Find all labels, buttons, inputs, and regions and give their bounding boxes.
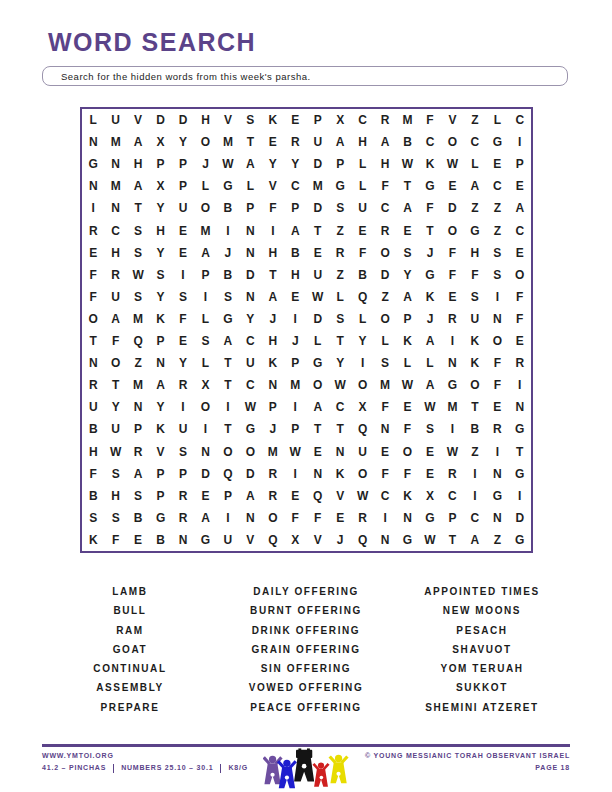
footer-left: WWW.YMTOI.ORG 41.2 – PINCHASNUMBERS 25.1… bbox=[42, 752, 248, 778]
grid-cell-r19c10: F bbox=[284, 507, 306, 529]
word-list-item: SHEMINI ATZERET bbox=[394, 698, 570, 717]
grid-cell-r1c16: F bbox=[419, 109, 441, 131]
grid-cell-r2c16: C bbox=[419, 131, 441, 153]
grid-cell-r10c9: J bbox=[262, 308, 284, 330]
grid-cell-r12c19: F bbox=[486, 352, 508, 374]
grid-cell-r13c1: R bbox=[82, 374, 104, 396]
grid-cell-r20c1: K bbox=[82, 529, 104, 551]
footer-reference-line: 41.2 – PINCHASNUMBERS 25.10 – 30.1K8/G bbox=[42, 764, 248, 773]
footer-separator bbox=[113, 764, 114, 773]
grid-cell-r4c1: N bbox=[82, 175, 104, 197]
worksheet-page: WORD SEARCH Search for the hidden words … bbox=[0, 0, 612, 792]
grid-cell-r17c16: E bbox=[419, 463, 441, 485]
grid-cell-r9c7: S bbox=[217, 286, 239, 308]
grid-cell-r17c3: A bbox=[127, 463, 149, 485]
grid-cell-r14c16: W bbox=[419, 396, 441, 418]
grid-cell-r5c18: Z bbox=[464, 197, 486, 219]
footer-page-number: PAGE 18 bbox=[365, 764, 570, 771]
grid-cell-r16c1: H bbox=[82, 441, 104, 463]
grid-cell-r11c14: L bbox=[374, 330, 396, 352]
grid-cell-r3c14: H bbox=[374, 153, 396, 175]
grid-cell-r10c6: L bbox=[194, 308, 216, 330]
word-list-item: GRAIN OFFERING bbox=[218, 640, 394, 659]
grid-cell-r4c19: C bbox=[486, 175, 508, 197]
grid-cell-r6c2: C bbox=[104, 220, 126, 242]
grid-cell-r11c11: L bbox=[307, 330, 329, 352]
grid-cell-r9c18: S bbox=[464, 286, 486, 308]
grid-cell-r20c13: Q bbox=[351, 529, 373, 551]
grid-cell-r3c4: P bbox=[149, 153, 171, 175]
grid-cell-r11c15: K bbox=[396, 330, 418, 352]
grid-cell-r15c1: B bbox=[82, 418, 104, 440]
grid-cell-r19c6: A bbox=[194, 507, 216, 529]
grid-cell-r13c7: T bbox=[217, 374, 239, 396]
grid-cell-r2c11: U bbox=[307, 131, 329, 153]
grid-cell-r7c2: H bbox=[104, 242, 126, 264]
grid-cell-r9c10: E bbox=[284, 286, 306, 308]
grid-cell-r7c4: Y bbox=[149, 242, 171, 264]
grid-cell-r16c6: N bbox=[194, 441, 216, 463]
grid-cell-r8c3: W bbox=[127, 264, 149, 286]
grid-cell-r18c5: R bbox=[172, 485, 194, 507]
grid-cell-r14c18: T bbox=[464, 396, 486, 418]
grid-cell-r9c16: K bbox=[419, 286, 441, 308]
grid-cell-r6c18: G bbox=[464, 220, 486, 242]
grid-cell-r8c10: H bbox=[284, 264, 306, 286]
grid-cell-r6c12: Z bbox=[329, 220, 351, 242]
grid-cell-r5c13: U bbox=[351, 197, 373, 219]
grid-cell-r14c5: I bbox=[172, 396, 194, 418]
grid-cell-r8c17: F bbox=[441, 264, 463, 286]
grid-cell-r12c13: I bbox=[351, 352, 373, 374]
grid-cell-r7c18: H bbox=[464, 242, 486, 264]
grid-cell-r9c19: I bbox=[486, 286, 508, 308]
grid-cell-r5c4: Y bbox=[149, 197, 171, 219]
grid-cell-r1c19: L bbox=[486, 109, 508, 131]
instruction-text: Search for the hidden words from this we… bbox=[61, 71, 311, 82]
grid-cell-r12c20: R bbox=[509, 352, 531, 374]
grid-cell-r14c20: N bbox=[509, 396, 531, 418]
grid-cell-r11c9: H bbox=[262, 330, 284, 352]
grid-cell-r16c10: W bbox=[284, 441, 306, 463]
grid-cell-r13c14: M bbox=[374, 374, 396, 396]
grid-cell-r11c17: I bbox=[441, 330, 463, 352]
grid-cell-r4c7: G bbox=[217, 175, 239, 197]
grid-cell-r2c14: A bbox=[374, 131, 396, 153]
grid-cell-r1c2: U bbox=[104, 109, 126, 131]
grid-cell-r20c12: J bbox=[329, 529, 351, 551]
grid-cell-r6c13: E bbox=[351, 220, 373, 242]
grid-cell-r1c1: L bbox=[82, 109, 104, 131]
word-list-item: PESACH bbox=[394, 621, 570, 640]
grid-cell-r12c4: N bbox=[149, 352, 171, 374]
grid-cell-r7c8: N bbox=[239, 242, 261, 264]
grid-cell-r10c15: P bbox=[396, 308, 418, 330]
grid-cell-r19c4: G bbox=[149, 507, 171, 529]
grid-cell-r12c14: S bbox=[374, 352, 396, 374]
grid-cell-r11c3: Q bbox=[127, 330, 149, 352]
grid-cell-r13c2: T bbox=[104, 374, 126, 396]
grid-cell-r3c15: W bbox=[396, 153, 418, 175]
grid-cell-r13c4: A bbox=[149, 374, 171, 396]
grid-cell-r8c19: S bbox=[486, 264, 508, 286]
grid-cell-r8c20: O bbox=[509, 264, 531, 286]
grid-cell-r14c4: Y bbox=[149, 396, 171, 418]
footer-separator bbox=[220, 764, 221, 773]
grid-cell-r9c8: N bbox=[239, 286, 261, 308]
grid-cell-r8c2: R bbox=[104, 264, 126, 286]
grid-cell-r4c9: V bbox=[262, 175, 284, 197]
grid-cell-r17c7: Q bbox=[217, 463, 239, 485]
footer-divider-rule bbox=[42, 744, 570, 747]
grid-cell-r19c3: B bbox=[127, 507, 149, 529]
grid-cell-r9c3: S bbox=[127, 286, 149, 308]
grid-cell-r20c10: X bbox=[284, 529, 306, 551]
grid-cell-r4c8: L bbox=[239, 175, 261, 197]
grid-cell-r15c16: S bbox=[419, 418, 441, 440]
grid-cell-r6c10: A bbox=[284, 220, 306, 242]
grid-cell-r8c14: D bbox=[374, 264, 396, 286]
grid-cell-r19c9: O bbox=[262, 507, 284, 529]
grid-cell-r18c20: I bbox=[509, 485, 531, 507]
word-list-column-2: DAILY OFFERINGBURNT OFFERINGDRINK OFFERI… bbox=[218, 582, 394, 717]
logo-figure-blue bbox=[277, 760, 297, 789]
word-list-column-3: APPOINTED TIMESNEW MOONSPESACHSHAVUOTYOM… bbox=[394, 582, 570, 717]
footer-scripture-reference: NUMBERS 25.10 – 30.1 bbox=[121, 764, 213, 771]
grid-cell-r18c17: C bbox=[441, 485, 463, 507]
grid-cell-r1c7: V bbox=[217, 109, 239, 131]
grid-cell-r8c6: P bbox=[194, 264, 216, 286]
grid-cell-r11c1: T bbox=[82, 330, 104, 352]
grid-cell-r19c12: E bbox=[329, 507, 351, 529]
grid-cell-r17c11: N bbox=[307, 463, 329, 485]
grid-cell-r15c6: I bbox=[194, 418, 216, 440]
grid-cell-r7c17: F bbox=[441, 242, 463, 264]
word-lists: LAMBBULLRAMGOATCONTINUALASSEMBLYPREPARE … bbox=[42, 582, 570, 717]
grid-cell-r14c17: M bbox=[441, 396, 463, 418]
grid-cell-r8c12: Z bbox=[329, 264, 351, 286]
grid-cell-r14c3: N bbox=[127, 396, 149, 418]
grid-cell-r12c7: T bbox=[217, 352, 239, 374]
word-list-item: ASSEMBLY bbox=[42, 678, 218, 697]
grid-cell-r11c19: O bbox=[486, 330, 508, 352]
grid-cell-r19c8: N bbox=[239, 507, 261, 529]
grid-cell-r2c10: R bbox=[284, 131, 306, 153]
grid-cell-r6c5: E bbox=[172, 220, 194, 242]
grid-cell-r3c3: H bbox=[127, 153, 149, 175]
grid-cell-r15c14: N bbox=[374, 418, 396, 440]
grid-cell-r12c6: L bbox=[194, 352, 216, 374]
grid-cell-r10c12: S bbox=[329, 308, 351, 330]
grid-cell-r6c15: E bbox=[396, 220, 418, 242]
grid-cell-r11c20: E bbox=[509, 330, 531, 352]
grid-cell-r7c7: J bbox=[217, 242, 239, 264]
grid-cell-r5c7: B bbox=[217, 197, 239, 219]
grid-cell-r9c13: Q bbox=[351, 286, 373, 308]
grid-cell-r19c15: N bbox=[396, 507, 418, 529]
grid-cell-r10c16: J bbox=[419, 308, 441, 330]
grid-cell-r15c2: U bbox=[104, 418, 126, 440]
grid-cell-r8c13: B bbox=[351, 264, 373, 286]
grid-cell-r13c8: C bbox=[239, 374, 261, 396]
grid-cell-r19c2: S bbox=[104, 507, 126, 529]
grid-cell-r6c8: N bbox=[239, 220, 261, 242]
grid-cell-r1c8: S bbox=[239, 109, 261, 131]
grid-cell-r4c6: L bbox=[194, 175, 216, 197]
grid-cell-r4c18: A bbox=[464, 175, 486, 197]
grid-cell-r11c8: C bbox=[239, 330, 261, 352]
grid-cell-r18c15: K bbox=[396, 485, 418, 507]
grid-cell-r16c2: W bbox=[104, 441, 126, 463]
grid-cell-r15c9: J bbox=[262, 418, 284, 440]
grid-cell-r10c7: G bbox=[217, 308, 239, 330]
word-list-column-1: LAMBBULLRAMGOATCONTINUALASSEMBLYPREPARE bbox=[42, 582, 218, 717]
grid-cell-r18c13: W bbox=[351, 485, 373, 507]
grid-cell-r1c5: D bbox=[172, 109, 194, 131]
grid-cell-r13c13: O bbox=[351, 374, 373, 396]
grid-cell-r12c2: O bbox=[104, 352, 126, 374]
grid-cell-r3c8: A bbox=[239, 153, 261, 175]
grid-cell-r11c4: P bbox=[149, 330, 171, 352]
grid-cell-r2c2: M bbox=[104, 131, 126, 153]
grid-cell-r16c7: O bbox=[217, 441, 239, 463]
grid-cell-r18c6: E bbox=[194, 485, 216, 507]
grid-cell-r4c12: G bbox=[329, 175, 351, 197]
grid-cell-r20c15: G bbox=[396, 529, 418, 551]
grid-cell-r18c8: A bbox=[239, 485, 261, 507]
grid-cell-r16c11: E bbox=[307, 441, 329, 463]
grid-cell-r12c8: U bbox=[239, 352, 261, 374]
grid-cell-r4c16: G bbox=[419, 175, 441, 197]
logo-figure-purple bbox=[263, 756, 283, 785]
grid-cell-r12c16: L bbox=[419, 352, 441, 374]
grid-cell-r12c15: L bbox=[396, 352, 418, 374]
word-list-item: DRINK OFFERING bbox=[218, 621, 394, 640]
grid-cell-r18c1: B bbox=[82, 485, 104, 507]
grid-cell-r5c10: P bbox=[284, 197, 306, 219]
grid-cell-r13c17: G bbox=[441, 374, 463, 396]
instruction-box: Search for the hidden words from this we… bbox=[42, 66, 568, 86]
grid-cell-r15c15: F bbox=[396, 418, 418, 440]
grid-cell-r17c20: G bbox=[509, 463, 531, 485]
grid-cell-r14c2: Y bbox=[104, 396, 126, 418]
grid-cell-r12c18: K bbox=[464, 352, 486, 374]
grid-cell-r7c20: E bbox=[509, 242, 531, 264]
grid-cell-r13c5: R bbox=[172, 374, 194, 396]
grid-cell-r10c11: D bbox=[307, 308, 329, 330]
grid-cell-r9c4: Y bbox=[149, 286, 171, 308]
grid-cell-r16c12: N bbox=[329, 441, 351, 463]
grid-cell-r2c3: A bbox=[127, 131, 149, 153]
grid-cell-r5c2: N bbox=[104, 197, 126, 219]
grid-cell-r5c14: C bbox=[374, 197, 396, 219]
grid-cell-r14c9: P bbox=[262, 396, 284, 418]
grid-cell-r10c5: F bbox=[172, 308, 194, 330]
grid-cell-r18c16: X bbox=[419, 485, 441, 507]
grid-cell-r15c10: P bbox=[284, 418, 306, 440]
grid-cell-r12c10: P bbox=[284, 352, 306, 374]
grid-cell-r20c5: N bbox=[172, 529, 194, 551]
grid-cell-r12c9: K bbox=[262, 352, 284, 374]
grid-cell-r19c1: S bbox=[82, 507, 104, 529]
grid-cell-r17c17: R bbox=[441, 463, 463, 485]
grid-cell-r15c8: G bbox=[239, 418, 261, 440]
grid-cell-r16c3: R bbox=[127, 441, 149, 463]
grid-cell-r10c4: K bbox=[149, 308, 171, 330]
grid-cell-r1c13: C bbox=[351, 109, 373, 131]
grid-cell-r7c15: S bbox=[396, 242, 418, 264]
grid-cell-r16c8: O bbox=[239, 441, 261, 463]
grid-cell-r4c4: X bbox=[149, 175, 171, 197]
grid-cell-r7c14: O bbox=[374, 242, 396, 264]
grid-cell-r2c7: M bbox=[217, 131, 239, 153]
grid-cell-r5c15: A bbox=[396, 197, 418, 219]
grid-cell-r7c19: S bbox=[486, 242, 508, 264]
grid-cell-r4c13: L bbox=[351, 175, 373, 197]
grid-cell-r3c6: J bbox=[194, 153, 216, 175]
grid-cell-r8c8: D bbox=[239, 264, 261, 286]
grid-cell-r3c13: L bbox=[351, 153, 373, 175]
grid-cell-r20c9: Q bbox=[262, 529, 284, 551]
grid-cell-r15c20: G bbox=[509, 418, 531, 440]
grid-cell-r9c11: W bbox=[307, 286, 329, 308]
grid-cell-r10c3: M bbox=[127, 308, 149, 330]
grid-cell-r13c10: M bbox=[284, 374, 306, 396]
grid-cell-r14c7: I bbox=[217, 396, 239, 418]
grid-cell-r15c17: I bbox=[441, 418, 463, 440]
word-list-item: GOAT bbox=[42, 640, 218, 659]
grid-cell-r3c7: W bbox=[217, 153, 239, 175]
grid-cell-r11c2: F bbox=[104, 330, 126, 352]
grid-cell-r12c12: Y bbox=[329, 352, 351, 374]
grid-cell-r19c17: P bbox=[441, 507, 463, 529]
grid-cell-r4c5: P bbox=[172, 175, 194, 197]
grid-cell-r2c17: O bbox=[441, 131, 463, 153]
grid-cell-r18c19: G bbox=[486, 485, 508, 507]
grid-cell-r20c17: T bbox=[441, 529, 463, 551]
grid-cell-r17c5: P bbox=[172, 463, 194, 485]
grid-cell-r17c15: F bbox=[396, 463, 418, 485]
grid-cell-r19c18: C bbox=[464, 507, 486, 529]
grid-cell-r5c1: I bbox=[82, 197, 104, 219]
grid-cell-r6c20: C bbox=[509, 220, 531, 242]
grid-cell-r8c15: Y bbox=[396, 264, 418, 286]
grid-cell-r5c16: F bbox=[419, 197, 441, 219]
grid-cell-r9c12: L bbox=[329, 286, 351, 308]
grid-cell-r2c8: T bbox=[239, 131, 261, 153]
grid-cell-r13c12: W bbox=[329, 374, 351, 396]
grid-cell-r13c9: N bbox=[262, 374, 284, 396]
word-list-item: PEACE OFFERING bbox=[218, 698, 394, 717]
grid-cell-r13c16: A bbox=[419, 374, 441, 396]
grid-cell-r16c13: U bbox=[351, 441, 373, 463]
grid-cell-r9c5: S bbox=[172, 286, 194, 308]
grid-cell-r5c20: A bbox=[509, 197, 531, 219]
grid-cell-r15c12: T bbox=[329, 418, 351, 440]
grid-cell-r20c6: G bbox=[194, 529, 216, 551]
grid-cell-r12c11: G bbox=[307, 352, 329, 374]
word-list-item: RAM bbox=[42, 621, 218, 640]
grid-cell-r19c14: I bbox=[374, 507, 396, 529]
grid-cell-r17c4: P bbox=[149, 463, 171, 485]
grid-cell-r2c4: X bbox=[149, 131, 171, 153]
grid-cell-r12c5: Y bbox=[172, 352, 194, 374]
grid-cell-r7c13: F bbox=[351, 242, 373, 264]
grid-cell-r5c12: S bbox=[329, 197, 351, 219]
grid-cell-r3c5: P bbox=[172, 153, 194, 175]
grid-cell-r1c12: X bbox=[329, 109, 351, 131]
grid-cell-r2c9: E bbox=[262, 131, 284, 153]
grid-cell-r8c18: F bbox=[464, 264, 486, 286]
grid-cell-r18c2: H bbox=[104, 485, 126, 507]
grid-cell-r14c19: E bbox=[486, 396, 508, 418]
grid-cell-r20c8: V bbox=[239, 529, 261, 551]
grid-cell-r14c11: A bbox=[307, 396, 329, 418]
grid-cell-r10c19: N bbox=[486, 308, 508, 330]
grid-cell-r8c7: B bbox=[217, 264, 239, 286]
grid-cell-r3c12: P bbox=[329, 153, 351, 175]
grid-cell-r13c3: M bbox=[127, 374, 149, 396]
grid-cell-r11c13: Y bbox=[351, 330, 373, 352]
grid-cell-r7c16: J bbox=[419, 242, 441, 264]
footer-right: © YOUNG MESSIANIC TORAH OBSERVANT ISRAEL… bbox=[365, 752, 570, 776]
grid-cell-r17c18: I bbox=[464, 463, 486, 485]
word-list-item: BULL bbox=[42, 601, 218, 620]
grid-cell-r6c19: Z bbox=[486, 220, 508, 242]
grid-cell-r10c13: L bbox=[351, 308, 373, 330]
grid-cell-r14c8: W bbox=[239, 396, 261, 418]
grid-cell-r15c4: K bbox=[149, 418, 171, 440]
grid-cell-r18c4: P bbox=[149, 485, 171, 507]
grid-cell-r7c5: E bbox=[172, 242, 194, 264]
grid-cell-r18c9: R bbox=[262, 485, 284, 507]
grid-cell-r1c3: V bbox=[127, 109, 149, 131]
grid-cell-r1c4: D bbox=[149, 109, 171, 131]
grid-cell-r10c18: U bbox=[464, 308, 486, 330]
word-list-item: BURNT OFFERING bbox=[218, 601, 394, 620]
grid-cell-r14c15: E bbox=[396, 396, 418, 418]
grid-cell-r15c13: Q bbox=[351, 418, 373, 440]
grid-cell-r6c7: I bbox=[217, 220, 239, 242]
grid-cell-r19c19: N bbox=[486, 507, 508, 529]
word-list-item: YOM TERUAH bbox=[394, 659, 570, 678]
grid-cell-r14c12: C bbox=[329, 396, 351, 418]
grid-cell-r12c1: N bbox=[82, 352, 104, 374]
grid-cell-r1c14: R bbox=[374, 109, 396, 131]
grid-cell-r5c9: F bbox=[262, 197, 284, 219]
grid-cell-r10c2: A bbox=[104, 308, 126, 330]
grid-cell-r15c11: T bbox=[307, 418, 329, 440]
grid-cell-r7c11: E bbox=[307, 242, 329, 264]
word-list-item: VOWED OFFERING bbox=[218, 678, 394, 697]
grid-cell-r2c6: O bbox=[194, 131, 216, 153]
ymtoi-figures-logo bbox=[263, 748, 351, 790]
grid-cell-r17c14: F bbox=[374, 463, 396, 485]
grid-cell-r8c1: F bbox=[82, 264, 104, 286]
grid-cell-r5c3: T bbox=[127, 197, 149, 219]
grid-cell-r20c7: U bbox=[217, 529, 239, 551]
grid-cell-r18c7: P bbox=[217, 485, 239, 507]
grid-cell-r13c19: F bbox=[486, 374, 508, 396]
grid-cell-r13c18: O bbox=[464, 374, 486, 396]
grid-cell-r18c10: E bbox=[284, 485, 306, 507]
grid-cell-r3c18: L bbox=[464, 153, 486, 175]
grid-cell-r5c5: U bbox=[172, 197, 194, 219]
grid-cell-r11c18: K bbox=[464, 330, 486, 352]
grid-cell-r8c4: S bbox=[149, 264, 171, 286]
grid-cell-r17c12: K bbox=[329, 463, 351, 485]
grid-cell-r17c10: I bbox=[284, 463, 306, 485]
